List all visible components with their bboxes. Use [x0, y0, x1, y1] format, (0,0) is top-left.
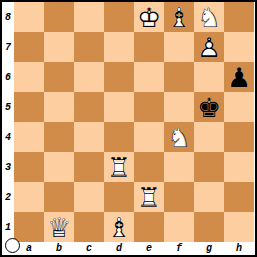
rank-label-7: 7	[2, 32, 14, 62]
white-bishop[interactable]: ♝♗	[164, 2, 194, 32]
square-d6[interactable]	[104, 62, 134, 92]
square-a7[interactable]	[14, 32, 44, 62]
square-g8[interactable]: ♞♘	[194, 2, 224, 32]
rank-label-2: 2	[2, 182, 14, 212]
square-f5[interactable]	[164, 92, 194, 122]
square-a6[interactable]	[14, 62, 44, 92]
rank-label-8: 8	[2, 2, 14, 32]
square-c4[interactable]	[74, 122, 104, 152]
square-e6[interactable]	[134, 62, 164, 92]
file-label-f: f	[164, 242, 194, 255]
square-c8[interactable]	[74, 2, 104, 32]
square-d8[interactable]	[104, 2, 134, 32]
square-f7[interactable]	[164, 32, 194, 62]
square-d2[interactable]	[104, 182, 134, 212]
square-f4[interactable]: ♞♘	[164, 122, 194, 152]
square-b2[interactable]	[44, 182, 74, 212]
white-knight[interactable]: ♞♘	[194, 2, 224, 32]
square-e5[interactable]	[134, 92, 164, 122]
square-f2[interactable]	[164, 182, 194, 212]
square-h7[interactable]	[224, 32, 254, 62]
chess-diagram: 8 7 6 5 4 3 2 1 ♚♔♝♗♞♘♟♙♙♟♔♚♞♘♜♖♜♖♛♕♝♗ a…	[0, 0, 257, 257]
square-g3[interactable]	[194, 152, 224, 182]
rank-labels: 8 7 6 5 4 3 2 1	[2, 2, 14, 242]
file-label-g: g	[194, 242, 224, 255]
white-rook[interactable]: ♜♖	[104, 152, 134, 182]
black-king[interactable]: ♔♚	[194, 92, 224, 122]
square-h8[interactable]	[224, 2, 254, 32]
square-g1[interactable]	[194, 212, 224, 242]
square-g5[interactable]: ♔♚	[194, 92, 224, 122]
square-c3[interactable]	[74, 152, 104, 182]
square-a3[interactable]	[14, 152, 44, 182]
square-d3[interactable]: ♜♖	[104, 152, 134, 182]
square-h1[interactable]	[224, 212, 254, 242]
file-labels: a b c d e f g h	[14, 242, 254, 255]
square-g4[interactable]	[194, 122, 224, 152]
square-f8[interactable]: ♝♗	[164, 2, 194, 32]
square-d5[interactable]	[104, 92, 134, 122]
white-rook[interactable]: ♜♖	[134, 182, 164, 212]
file-label-c: c	[74, 242, 104, 255]
square-h6[interactable]: ♙♟	[224, 62, 254, 92]
rank-label-3: 3	[2, 152, 14, 182]
square-b4[interactable]	[44, 122, 74, 152]
square-h5[interactable]	[224, 92, 254, 122]
square-b7[interactable]	[44, 32, 74, 62]
square-a5[interactable]	[14, 92, 44, 122]
square-a4[interactable]	[14, 122, 44, 152]
square-b6[interactable]	[44, 62, 74, 92]
rank-label-6: 6	[2, 62, 14, 92]
square-h2[interactable]	[224, 182, 254, 212]
square-a1[interactable]	[14, 212, 44, 242]
square-d1[interactable]: ♝♗	[104, 212, 134, 242]
square-e8[interactable]: ♚♔	[134, 2, 164, 32]
white-king[interactable]: ♚♔	[134, 2, 164, 32]
square-b1[interactable]: ♛♕	[44, 212, 74, 242]
square-f1[interactable]	[164, 212, 194, 242]
square-e1[interactable]	[134, 212, 164, 242]
square-c1[interactable]	[74, 212, 104, 242]
square-d4[interactable]	[104, 122, 134, 152]
file-label-b: b	[44, 242, 74, 255]
square-h4[interactable]	[224, 122, 254, 152]
square-e2[interactable]: ♜♖	[134, 182, 164, 212]
white-pawn[interactable]: ♟♙	[194, 32, 224, 62]
white-knight[interactable]: ♞♘	[164, 122, 194, 152]
file-label-d: d	[104, 242, 134, 255]
square-h3[interactable]	[224, 152, 254, 182]
square-d7[interactable]	[104, 32, 134, 62]
black-pawn[interactable]: ♙♟	[224, 62, 254, 92]
square-g6[interactable]	[194, 62, 224, 92]
square-a8[interactable]	[14, 2, 44, 32]
square-e7[interactable]	[134, 32, 164, 62]
square-g7[interactable]: ♟♙	[194, 32, 224, 62]
rank-label-5: 5	[2, 92, 14, 122]
file-label-h: h	[224, 242, 254, 255]
file-label-e: e	[134, 242, 164, 255]
square-c7[interactable]	[74, 32, 104, 62]
square-g2[interactable]	[194, 182, 224, 212]
white-queen[interactable]: ♛♕	[44, 212, 74, 242]
square-b3[interactable]	[44, 152, 74, 182]
square-e3[interactable]	[134, 152, 164, 182]
square-c2[interactable]	[74, 182, 104, 212]
chess-board[interactable]: ♚♔♝♗♞♘♟♙♙♟♔♚♞♘♜♖♜♖♛♕♝♗	[14, 2, 254, 242]
white-to-move-indicator	[5, 238, 20, 253]
square-e4[interactable]	[134, 122, 164, 152]
square-c5[interactable]	[74, 92, 104, 122]
square-a2[interactable]	[14, 182, 44, 212]
white-bishop[interactable]: ♝♗	[104, 212, 134, 242]
square-f6[interactable]	[164, 62, 194, 92]
square-b5[interactable]	[44, 92, 74, 122]
square-c6[interactable]	[74, 62, 104, 92]
square-f3[interactable]	[164, 152, 194, 182]
square-b8[interactable]	[44, 2, 74, 32]
rank-label-4: 4	[2, 122, 14, 152]
